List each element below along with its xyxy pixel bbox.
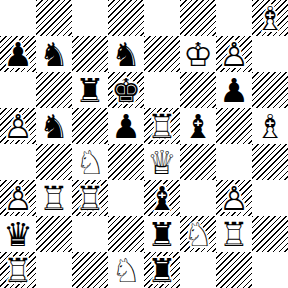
- piece-black-knight[interactable]: ♞: [36, 36, 72, 72]
- square-b6[interactable]: [36, 72, 72, 108]
- square-h1[interactable]: [252, 252, 288, 288]
- white-bishop-icon: ♗: [252, 108, 288, 144]
- square-c2[interactable]: [72, 216, 108, 252]
- square-f5[interactable]: ♝: [180, 108, 216, 144]
- black-knight-icon: ♞: [36, 108, 72, 144]
- square-h7[interactable]: [252, 36, 288, 72]
- piece-white-queen[interactable]: ♛♕: [144, 144, 180, 180]
- piece-white-rook[interactable]: ♜♖: [36, 180, 72, 216]
- piece-black-bishop[interactable]: ♝: [144, 180, 180, 216]
- black-bishop-icon: ♝: [180, 108, 216, 144]
- square-f4[interactable]: [180, 144, 216, 180]
- square-e6[interactable]: [144, 72, 180, 108]
- piece-black-rook[interactable]: ♜: [144, 216, 180, 252]
- chessboard: ♝♗♟♞♞♚♔♟♙♜♚♟♟♙♞♟♜♖♝♝♗♞♘♛♕♟♙♜♖♜♖♝♟♙♛♜♞♘♜♖…: [0, 0, 288, 288]
- square-d7[interactable]: ♞: [108, 36, 144, 72]
- piece-black-queen[interactable]: ♛: [0, 216, 36, 252]
- square-e7[interactable]: [144, 36, 180, 72]
- square-h8[interactable]: ♝♗: [252, 0, 288, 36]
- black-knight-icon: ♞: [36, 36, 72, 72]
- square-c8[interactable]: [72, 0, 108, 36]
- piece-white-rook[interactable]: ♜♖: [0, 252, 36, 288]
- square-b4[interactable]: [36, 144, 72, 180]
- square-f3[interactable]: [180, 180, 216, 216]
- white-rook-icon: ♖: [144, 108, 180, 144]
- square-d6[interactable]: ♚: [108, 72, 144, 108]
- black-pawn-icon: ♟: [108, 108, 144, 144]
- piece-black-pawn[interactable]: ♟: [216, 72, 252, 108]
- square-e4[interactable]: ♛♕: [144, 144, 180, 180]
- square-h6[interactable]: [252, 72, 288, 108]
- square-b2[interactable]: [36, 216, 72, 252]
- piece-black-rook[interactable]: ♜: [72, 72, 108, 108]
- square-g6[interactable]: ♟: [216, 72, 252, 108]
- piece-white-pawn[interactable]: ♟♙: [0, 108, 36, 144]
- square-c4[interactable]: ♞♘: [72, 144, 108, 180]
- white-king-icon: ♔: [180, 36, 216, 72]
- square-h3[interactable]: [252, 180, 288, 216]
- square-h2[interactable]: [252, 216, 288, 252]
- square-e8[interactable]: [144, 0, 180, 36]
- white-knight-icon: ♘: [180, 216, 216, 252]
- square-e2[interactable]: ♜: [144, 216, 180, 252]
- piece-white-knight[interactable]: ♞♘: [180, 216, 216, 252]
- square-a5[interactable]: ♟♙: [0, 108, 36, 144]
- piece-white-bishop[interactable]: ♝♗: [252, 108, 288, 144]
- square-a6[interactable]: [0, 72, 36, 108]
- square-h5[interactable]: ♝♗: [252, 108, 288, 144]
- white-rook-icon: ♖: [36, 180, 72, 216]
- black-pawn-icon: ♟: [216, 72, 252, 108]
- piece-white-rook[interactable]: ♜♖: [216, 216, 252, 252]
- piece-white-pawn[interactable]: ♟♙: [216, 180, 252, 216]
- piece-black-knight[interactable]: ♞: [36, 108, 72, 144]
- piece-black-rook[interactable]: ♜: [144, 252, 180, 288]
- square-b3[interactable]: ♜♖: [36, 180, 72, 216]
- piece-white-knight[interactable]: ♞♘: [72, 144, 108, 180]
- black-queen-icon: ♛: [0, 216, 36, 252]
- square-g8[interactable]: [216, 0, 252, 36]
- white-rook-icon: ♖: [0, 252, 36, 288]
- square-c1[interactable]: [72, 252, 108, 288]
- white-pawn-icon: ♙: [216, 36, 252, 72]
- white-pawn-icon: ♙: [0, 180, 36, 216]
- white-queen-icon: ♕: [144, 144, 180, 180]
- square-g7[interactable]: ♟♙: [216, 36, 252, 72]
- square-b1[interactable]: [36, 252, 72, 288]
- black-rook-icon: ♜: [72, 72, 108, 108]
- square-c6[interactable]: ♜: [72, 72, 108, 108]
- square-f7[interactable]: ♚♔: [180, 36, 216, 72]
- square-f6[interactable]: [180, 72, 216, 108]
- square-e5[interactable]: ♜♖: [144, 108, 180, 144]
- square-h4[interactable]: [252, 144, 288, 180]
- square-b7[interactable]: ♞: [36, 36, 72, 72]
- piece-black-knight[interactable]: ♞: [108, 36, 144, 72]
- square-f8[interactable]: [180, 0, 216, 36]
- square-g4[interactable]: [216, 144, 252, 180]
- square-d5[interactable]: ♟: [108, 108, 144, 144]
- piece-white-rook[interactable]: ♜♖: [144, 108, 180, 144]
- piece-black-pawn[interactable]: ♟: [0, 36, 36, 72]
- white-bishop-icon: ♗: [252, 0, 288, 36]
- square-a7[interactable]: ♟: [0, 36, 36, 72]
- square-d4[interactable]: [108, 144, 144, 180]
- piece-white-bishop[interactable]: ♝♗: [252, 0, 288, 36]
- black-knight-icon: ♞: [108, 36, 144, 72]
- square-d3[interactable]: [108, 180, 144, 216]
- square-a8[interactable]: [0, 0, 36, 36]
- square-a2[interactable]: ♛: [0, 216, 36, 252]
- square-a4[interactable]: [0, 144, 36, 180]
- square-g3[interactable]: ♟♙: [216, 180, 252, 216]
- white-knight-icon: ♘: [108, 252, 144, 288]
- square-g1[interactable]: [216, 252, 252, 288]
- black-king-icon: ♚: [108, 72, 144, 108]
- piece-black-bishop[interactable]: ♝: [180, 108, 216, 144]
- black-pawn-icon: ♟: [0, 36, 36, 72]
- square-c5[interactable]: [72, 108, 108, 144]
- white-rook-icon: ♖: [216, 216, 252, 252]
- white-knight-icon: ♘: [72, 144, 108, 180]
- white-pawn-icon: ♙: [216, 180, 252, 216]
- piece-black-pawn[interactable]: ♟: [108, 108, 144, 144]
- square-g2[interactable]: ♜♖: [216, 216, 252, 252]
- square-a3[interactable]: ♟♙: [0, 180, 36, 216]
- square-f2[interactable]: ♞♘: [180, 216, 216, 252]
- piece-white-king[interactable]: ♚♔: [180, 36, 216, 72]
- square-b8[interactable]: [36, 0, 72, 36]
- square-c7[interactable]: [72, 36, 108, 72]
- square-e1[interactable]: ♜: [144, 252, 180, 288]
- square-a1[interactable]: ♜♖: [0, 252, 36, 288]
- square-d2[interactable]: [108, 216, 144, 252]
- piece-white-pawn[interactable]: ♟♙: [0, 180, 36, 216]
- square-d8[interactable]: [108, 0, 144, 36]
- piece-white-knight[interactable]: ♞♘: [108, 252, 144, 288]
- square-b5[interactable]: ♞: [36, 108, 72, 144]
- piece-white-rook[interactable]: ♜♖: [72, 180, 108, 216]
- black-rook-icon: ♜: [144, 216, 180, 252]
- white-pawn-icon: ♙: [0, 108, 36, 144]
- piece-black-king[interactable]: ♚: [108, 72, 144, 108]
- square-g5[interactable]: [216, 108, 252, 144]
- square-d1[interactable]: ♞♘: [108, 252, 144, 288]
- square-c3[interactable]: ♜♖: [72, 180, 108, 216]
- square-f1[interactable]: [180, 252, 216, 288]
- black-bishop-icon: ♝: [144, 180, 180, 216]
- black-rook-icon: ♜: [144, 252, 180, 288]
- piece-white-pawn[interactable]: ♟♙: [216, 36, 252, 72]
- white-rook-icon: ♖: [72, 180, 108, 216]
- square-e3[interactable]: ♝: [144, 180, 180, 216]
